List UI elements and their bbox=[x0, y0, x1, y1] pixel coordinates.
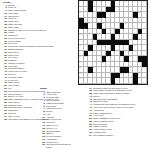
cell-number: 32 bbox=[79, 34, 81, 36]
cell-number: 15 bbox=[116, 6, 118, 8]
cell-number: 36 bbox=[79, 39, 81, 41]
cell-number: 61 bbox=[129, 67, 131, 69]
cell-number: 42 bbox=[97, 45, 99, 47]
cell-number: 49 bbox=[125, 51, 127, 53]
cell-number: 11 bbox=[138, 1, 140, 3]
clue-line: 30.The Eleven Marco Errol's plans bbox=[40, 143, 75, 149]
cell-number: 46 bbox=[134, 45, 136, 47]
cell-number: 31 bbox=[120, 28, 122, 30]
cell-number: 27 bbox=[79, 28, 81, 30]
cell-number: 1 bbox=[79, 1, 80, 3]
cell-number: 41 bbox=[93, 45, 95, 47]
cell-number: 34 bbox=[116, 34, 118, 36]
cell-number: 28 bbox=[84, 28, 86, 30]
cell-number: 13 bbox=[79, 6, 81, 8]
cell-number: 69 bbox=[116, 78, 118, 80]
cell-number: 65 bbox=[120, 73, 122, 75]
clue-text: The Eleven Marco Errol's plans bbox=[46, 143, 75, 149]
cell-number: 56 bbox=[79, 62, 81, 64]
grid-cell bbox=[142, 78, 147, 84]
cell-number: 17 bbox=[88, 12, 90, 14]
cell-number: 64 bbox=[88, 73, 90, 75]
cell-number: 33 bbox=[97, 34, 99, 36]
cell-number: 70 bbox=[138, 78, 140, 80]
clue-line: 64.Tiny charged particle bbox=[87, 134, 147, 137]
cell-number: 3 bbox=[93, 1, 94, 3]
cell-number: 59 bbox=[79, 67, 81, 69]
cell-number: 68 bbox=[79, 78, 81, 80]
cell-number: 50 bbox=[129, 51, 131, 53]
cell-number: 25 bbox=[102, 23, 104, 25]
down-header: Down bbox=[40, 87, 47, 90]
cell-number: 23 bbox=[134, 17, 136, 19]
cell-number: 24 bbox=[88, 23, 90, 25]
cell-number: 67 bbox=[138, 73, 140, 75]
cell-number: 52 bbox=[84, 56, 86, 58]
cell-number: 6 bbox=[116, 1, 117, 3]
cell-number: 22 bbox=[102, 17, 104, 19]
down-clue-list-col1: 1.Part of speech2.At any time3.In times … bbox=[40, 91, 75, 149]
crossword-puzzle-page: Across 1.Not far3.Gone by6.Take a short … bbox=[0, 0, 150, 150]
cell-number: 55 bbox=[129, 56, 131, 58]
cell-number: 63 bbox=[79, 73, 81, 75]
cell-number: 18 bbox=[106, 12, 108, 14]
cell-number: 29 bbox=[97, 28, 99, 30]
cell-number: 4 bbox=[97, 1, 98, 3]
cell-number: 5 bbox=[102, 1, 103, 3]
cell-number: 44 bbox=[116, 45, 118, 47]
cell-number: 39 bbox=[134, 39, 136, 41]
cell-number: 21 bbox=[84, 17, 86, 19]
cell-number: 2 bbox=[84, 1, 85, 3]
cell-number: 37 bbox=[93, 39, 95, 41]
cell-number: 51 bbox=[79, 56, 81, 58]
cell-number: 66 bbox=[125, 73, 127, 75]
cell-number: 7 bbox=[120, 1, 121, 3]
cell-number: 35 bbox=[138, 34, 140, 36]
cell-number: 20 bbox=[138, 12, 140, 14]
cell-number: 16 bbox=[79, 12, 81, 14]
cell-number: 58 bbox=[138, 62, 140, 64]
cell-number: 54 bbox=[120, 56, 122, 58]
cell-number: 12 bbox=[143, 1, 145, 3]
cell-number: 19 bbox=[111, 12, 113, 14]
cell-number: 40 bbox=[79, 45, 81, 47]
cell-number: 14 bbox=[93, 6, 95, 8]
clue-text: Tiny charged particle bbox=[93, 134, 147, 137]
cell-number: 26 bbox=[125, 23, 127, 25]
cell-number: 9 bbox=[129, 1, 130, 3]
cell-number: 60 bbox=[93, 67, 95, 69]
cell-number: 38 bbox=[129, 39, 131, 41]
cell-number: 8 bbox=[125, 1, 126, 3]
cell-number: 47 bbox=[88, 51, 90, 53]
crossword-grid: 1234567891011121314151617181920212223242… bbox=[78, 0, 148, 85]
cell-number: 48 bbox=[111, 51, 113, 53]
cell-number: 57 bbox=[102, 62, 104, 64]
cell-number: 43 bbox=[102, 45, 104, 47]
cell-number: 45 bbox=[125, 45, 127, 47]
cell-number: 10 bbox=[134, 1, 136, 3]
cell-number: 53 bbox=[106, 56, 108, 58]
down-clue-list-col2: 34.Drinking vessel for hot coffee or tea… bbox=[87, 87, 147, 137]
cell-number: 62 bbox=[143, 67, 145, 69]
cell-number: 30 bbox=[106, 28, 108, 30]
